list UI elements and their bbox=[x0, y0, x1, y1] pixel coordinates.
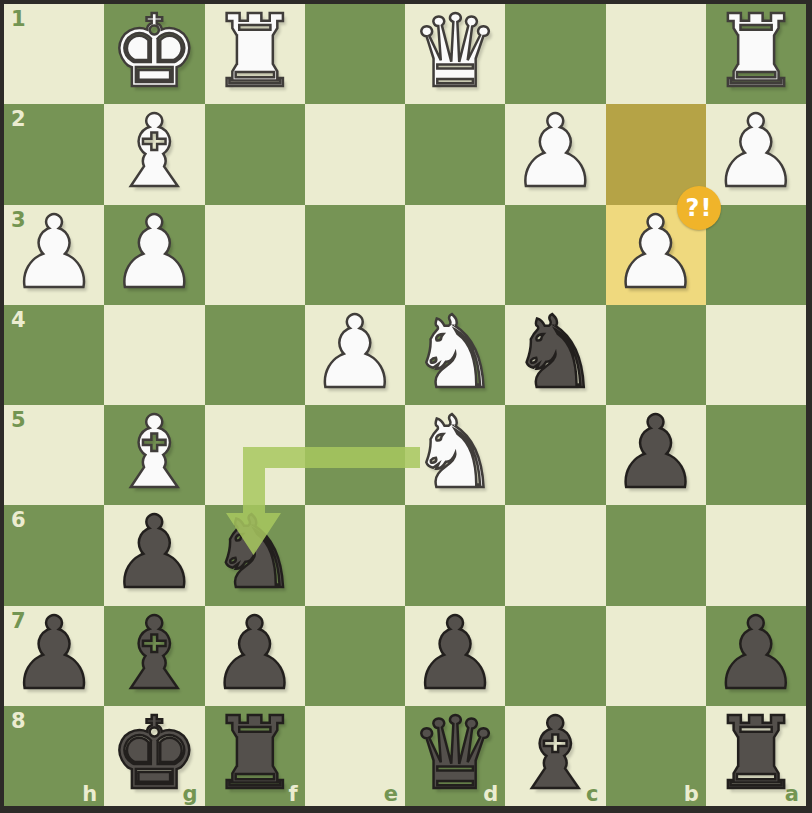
square-a5[interactable] bbox=[706, 405, 806, 505]
white-bishop-g5[interactable]: ♝ bbox=[110, 403, 200, 503]
square-e8[interactable]: e bbox=[305, 706, 405, 806]
square-f4[interactable] bbox=[205, 305, 305, 405]
square-h7[interactable]: 7♟ bbox=[4, 606, 104, 706]
rank-label-5: 5 bbox=[11, 408, 26, 432]
square-e3[interactable] bbox=[305, 205, 405, 305]
black-rook-a8[interactable]: ♜ bbox=[711, 704, 801, 804]
black-pawn-d7[interactable]: ♟ bbox=[410, 604, 500, 704]
square-e6[interactable] bbox=[305, 505, 405, 605]
square-e1[interactable] bbox=[305, 4, 405, 104]
square-h6[interactable]: 6 bbox=[4, 505, 104, 605]
rank-label-2: 2 bbox=[11, 107, 26, 131]
square-b8[interactable]: b bbox=[606, 706, 706, 806]
white-pawn-g3[interactable]: ♟ bbox=[110, 203, 200, 303]
square-h1[interactable]: 1 bbox=[4, 4, 104, 104]
square-g2[interactable]: ♝ bbox=[104, 104, 204, 204]
file-label-h: h bbox=[82, 782, 97, 806]
square-g3[interactable]: ♟ bbox=[104, 205, 204, 305]
square-b2[interactable] bbox=[606, 104, 706, 204]
rank-label-1: 1 bbox=[11, 7, 26, 31]
square-e4[interactable]: ♟ bbox=[305, 305, 405, 405]
black-pawn-a7[interactable]: ♟ bbox=[711, 604, 801, 704]
black-pawn-h7[interactable]: ♟ bbox=[9, 604, 99, 704]
square-h4[interactable]: 4 bbox=[4, 305, 104, 405]
square-c4[interactable]: ♞ bbox=[505, 305, 605, 405]
square-g5[interactable]: ♝ bbox=[104, 405, 204, 505]
square-c3[interactable] bbox=[505, 205, 605, 305]
square-d3[interactable] bbox=[405, 205, 505, 305]
square-e2[interactable] bbox=[305, 104, 405, 204]
square-h8[interactable]: 8h bbox=[4, 706, 104, 806]
square-h5[interactable]: 5 bbox=[4, 405, 104, 505]
file-label-b: b bbox=[684, 782, 699, 806]
square-g7[interactable]: ♝ bbox=[104, 606, 204, 706]
square-d7[interactable]: ♟ bbox=[405, 606, 505, 706]
file-label-e: e bbox=[384, 782, 398, 806]
white-pawn-c2[interactable]: ♟ bbox=[511, 102, 601, 202]
square-b4[interactable] bbox=[606, 305, 706, 405]
chess-board: 1♚♜♛♜2♝♟♟3♟♟♟4♟♞♞5♝♞♟6♟♞7♟♝♟♟♟8hg♚f♜ed♛c… bbox=[4, 4, 806, 806]
square-f1[interactable]: ♜ bbox=[205, 4, 305, 104]
square-d4[interactable]: ♞ bbox=[405, 305, 505, 405]
square-c7[interactable] bbox=[505, 606, 605, 706]
square-d5[interactable]: ♞ bbox=[405, 405, 505, 505]
square-e5[interactable] bbox=[305, 405, 405, 505]
square-a7[interactable]: ♟ bbox=[706, 606, 806, 706]
square-g1[interactable]: ♚ bbox=[104, 4, 204, 104]
white-knight-d5[interactable]: ♞ bbox=[410, 403, 500, 503]
black-pawn-f7[interactable]: ♟ bbox=[210, 604, 300, 704]
white-king-g1[interactable]: ♚ bbox=[110, 2, 200, 102]
square-a4[interactable] bbox=[706, 305, 806, 405]
black-pawn-b5[interactable]: ♟ bbox=[611, 403, 701, 503]
square-d6[interactable] bbox=[405, 505, 505, 605]
square-d8[interactable]: d♛ bbox=[405, 706, 505, 806]
white-bishop-g2[interactable]: ♝ bbox=[110, 102, 200, 202]
square-d2[interactable] bbox=[405, 104, 505, 204]
white-rook-a1[interactable]: ♜ bbox=[711, 2, 801, 102]
square-c1[interactable] bbox=[505, 4, 605, 104]
rank-label-6: 6 bbox=[11, 508, 26, 532]
black-bishop-c8[interactable]: ♝ bbox=[511, 704, 601, 804]
square-c8[interactable]: c♝ bbox=[505, 706, 605, 806]
black-knight-c4[interactable]: ♞ bbox=[511, 303, 601, 403]
square-e7[interactable] bbox=[305, 606, 405, 706]
square-a8[interactable]: a♜ bbox=[706, 706, 806, 806]
square-b6[interactable] bbox=[606, 505, 706, 605]
black-bishop-g7[interactable]: ♝ bbox=[110, 604, 200, 704]
square-h2[interactable]: 2 bbox=[4, 104, 104, 204]
rank-label-4: 4 bbox=[11, 308, 26, 332]
square-f7[interactable]: ♟ bbox=[205, 606, 305, 706]
square-b5[interactable]: ♟ bbox=[606, 405, 706, 505]
square-g4[interactable] bbox=[104, 305, 204, 405]
square-a1[interactable]: ♜ bbox=[706, 4, 806, 104]
black-queen-d8[interactable]: ♛ bbox=[410, 704, 500, 804]
black-pawn-g6[interactable]: ♟ bbox=[110, 503, 200, 603]
black-knight-f6[interactable]: ♞ bbox=[210, 503, 300, 603]
square-b3[interactable]: ♟ bbox=[606, 205, 706, 305]
square-f6[interactable]: ♞ bbox=[205, 505, 305, 605]
square-g8[interactable]: g♚ bbox=[104, 706, 204, 806]
white-pawn-e4[interactable]: ♟ bbox=[310, 303, 400, 403]
square-f8[interactable]: f♜ bbox=[205, 706, 305, 806]
white-pawn-h3[interactable]: ♟ bbox=[9, 203, 99, 303]
square-a2[interactable]: ♟ bbox=[706, 104, 806, 204]
chess-board-app: 1♚♜♛♜2♝♟♟3♟♟♟4♟♞♞5♝♞♟6♟♞7♟♝♟♟♟8hg♚f♜ed♛c… bbox=[0, 0, 812, 813]
square-c5[interactable] bbox=[505, 405, 605, 505]
square-h3[interactable]: 3♟ bbox=[4, 205, 104, 305]
square-g6[interactable]: ♟ bbox=[104, 505, 204, 605]
white-knight-d4[interactable]: ♞ bbox=[410, 303, 500, 403]
square-f3[interactable] bbox=[205, 205, 305, 305]
white-pawn-b3[interactable]: ♟ bbox=[611, 203, 701, 303]
white-queen-d1[interactable]: ♛ bbox=[410, 2, 500, 102]
square-f2[interactable] bbox=[205, 104, 305, 204]
square-c6[interactable] bbox=[505, 505, 605, 605]
square-f5[interactable] bbox=[205, 405, 305, 505]
white-pawn-a2[interactable]: ♟ bbox=[711, 102, 801, 202]
rank-label-8: 8 bbox=[11, 709, 26, 733]
black-rook-f8[interactable]: ♜ bbox=[210, 704, 300, 804]
black-king-g8[interactable]: ♚ bbox=[110, 704, 200, 804]
square-d1[interactable]: ♛ bbox=[405, 4, 505, 104]
white-rook-f1[interactable]: ♜ bbox=[210, 2, 300, 102]
square-a3[interactable] bbox=[706, 205, 806, 305]
square-b7[interactable] bbox=[606, 606, 706, 706]
square-b1[interactable] bbox=[606, 4, 706, 104]
square-c2[interactable]: ♟ bbox=[505, 104, 605, 204]
square-a6[interactable] bbox=[706, 505, 806, 605]
